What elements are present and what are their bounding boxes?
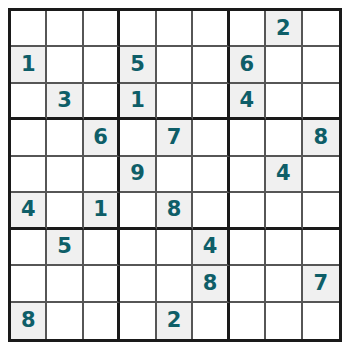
sudoku-empty-cell[interactable] bbox=[47, 303, 83, 339]
sudoku-given-cell: 8 bbox=[11, 303, 47, 339]
sudoku-empty-cell[interactable] bbox=[120, 303, 156, 339]
sudoku-given-cell: 6 bbox=[230, 47, 266, 83]
sudoku-given-cell: 1 bbox=[84, 193, 120, 229]
sudoku-empty-cell[interactable] bbox=[230, 120, 266, 156]
sudoku-given-cell: 4 bbox=[230, 84, 266, 120]
sudoku-empty-cell[interactable] bbox=[193, 84, 229, 120]
sudoku-empty-cell[interactable] bbox=[47, 266, 83, 302]
sudoku-empty-cell[interactable] bbox=[193, 193, 229, 229]
sudoku-given-cell: 2 bbox=[157, 303, 193, 339]
sudoku-empty-cell[interactable] bbox=[193, 157, 229, 193]
sudoku-empty-cell[interactable] bbox=[84, 47, 120, 83]
sudoku-empty-cell[interactable] bbox=[11, 157, 47, 193]
sudoku-empty-cell[interactable] bbox=[266, 84, 302, 120]
sudoku-empty-cell[interactable] bbox=[230, 193, 266, 229]
sudoku-empty-cell[interactable] bbox=[193, 11, 229, 47]
sudoku-empty-cell[interactable] bbox=[157, 230, 193, 266]
sudoku-given-cell: 2 bbox=[266, 11, 302, 47]
sudoku-given-cell: 4 bbox=[11, 193, 47, 229]
sudoku-empty-cell[interactable] bbox=[84, 11, 120, 47]
sudoku-empty-cell[interactable] bbox=[157, 157, 193, 193]
sudoku-empty-cell[interactable] bbox=[120, 120, 156, 156]
sudoku-empty-cell[interactable] bbox=[11, 230, 47, 266]
sudoku-empty-cell[interactable] bbox=[47, 193, 83, 229]
sudoku-given-cell: 8 bbox=[157, 193, 193, 229]
sudoku-empty-cell[interactable] bbox=[303, 303, 339, 339]
sudoku-empty-cell[interactable] bbox=[230, 266, 266, 302]
sudoku-given-cell: 3 bbox=[47, 84, 83, 120]
sudoku-given-cell: 4 bbox=[193, 230, 229, 266]
sudoku-given-cell: 8 bbox=[303, 120, 339, 156]
sudoku-empty-cell[interactable] bbox=[157, 11, 193, 47]
sudoku-board: 215631467894418548782 bbox=[8, 8, 342, 342]
sudoku-empty-cell[interactable] bbox=[120, 11, 156, 47]
sudoku-empty-cell[interactable] bbox=[193, 303, 229, 339]
sudoku-empty-cell[interactable] bbox=[230, 303, 266, 339]
sudoku-given-cell: 1 bbox=[120, 84, 156, 120]
sudoku-empty-cell[interactable] bbox=[266, 266, 302, 302]
sudoku-empty-cell[interactable] bbox=[84, 303, 120, 339]
sudoku-empty-cell[interactable] bbox=[230, 230, 266, 266]
sudoku-empty-cell[interactable] bbox=[303, 230, 339, 266]
sudoku-empty-cell[interactable] bbox=[266, 193, 302, 229]
sudoku-empty-cell[interactable] bbox=[230, 157, 266, 193]
sudoku-empty-cell[interactable] bbox=[11, 84, 47, 120]
sudoku-empty-cell[interactable] bbox=[84, 266, 120, 302]
sudoku-empty-cell[interactable] bbox=[157, 266, 193, 302]
sudoku-empty-cell[interactable] bbox=[84, 84, 120, 120]
sudoku-empty-cell[interactable] bbox=[84, 157, 120, 193]
sudoku-empty-cell[interactable] bbox=[47, 157, 83, 193]
sudoku-given-cell: 8 bbox=[193, 266, 229, 302]
sudoku-empty-cell[interactable] bbox=[84, 230, 120, 266]
sudoku-empty-cell[interactable] bbox=[120, 193, 156, 229]
sudoku-empty-cell[interactable] bbox=[303, 84, 339, 120]
sudoku-empty-cell[interactable] bbox=[266, 230, 302, 266]
sudoku-empty-cell[interactable] bbox=[266, 47, 302, 83]
sudoku-empty-cell[interactable] bbox=[303, 47, 339, 83]
sudoku-empty-cell[interactable] bbox=[303, 157, 339, 193]
sudoku-empty-cell[interactable] bbox=[11, 266, 47, 302]
sudoku-empty-cell[interactable] bbox=[230, 11, 266, 47]
sudoku-given-cell: 5 bbox=[120, 47, 156, 83]
sudoku-empty-cell[interactable] bbox=[303, 11, 339, 47]
sudoku-given-cell: 7 bbox=[157, 120, 193, 156]
sudoku-given-cell: 4 bbox=[266, 157, 302, 193]
sudoku-empty-cell[interactable] bbox=[120, 230, 156, 266]
sudoku-empty-cell[interactable] bbox=[47, 47, 83, 83]
sudoku-empty-cell[interactable] bbox=[120, 266, 156, 302]
sudoku-empty-cell[interactable] bbox=[157, 84, 193, 120]
sudoku-empty-cell[interactable] bbox=[303, 193, 339, 229]
sudoku-empty-cell[interactable] bbox=[47, 120, 83, 156]
sudoku-given-cell: 1 bbox=[11, 47, 47, 83]
sudoku-given-cell: 7 bbox=[303, 266, 339, 302]
sudoku-empty-cell[interactable] bbox=[193, 47, 229, 83]
sudoku-empty-cell[interactable] bbox=[266, 120, 302, 156]
sudoku-given-cell: 9 bbox=[120, 157, 156, 193]
sudoku-page: 215631467894418548782 bbox=[0, 0, 350, 350]
sudoku-empty-cell[interactable] bbox=[11, 11, 47, 47]
sudoku-given-cell: 6 bbox=[84, 120, 120, 156]
sudoku-empty-cell[interactable] bbox=[11, 120, 47, 156]
sudoku-given-cell: 5 bbox=[47, 230, 83, 266]
sudoku-empty-cell[interactable] bbox=[193, 120, 229, 156]
sudoku-empty-cell[interactable] bbox=[47, 11, 83, 47]
sudoku-empty-cell[interactable] bbox=[266, 303, 302, 339]
sudoku-empty-cell[interactable] bbox=[157, 47, 193, 83]
